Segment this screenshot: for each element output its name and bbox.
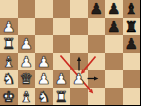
- white-bishop-a3[interactable]: ♝: [0, 53, 18, 71]
- square-d3[interactable]: [53, 53, 71, 71]
- square-b5[interactable]: [18, 18, 36, 36]
- square-h1[interactable]: [123, 88, 141, 106]
- white-pawn-c2[interactable]: ♟: [35, 70, 53, 88]
- white-king-a1[interactable]: ♚: [0, 88, 18, 106]
- square-f2[interactable]: [88, 70, 106, 88]
- black-pawn-h4[interactable]: ♟: [123, 35, 141, 53]
- white-queen-b2[interactable]: ♛: [18, 70, 36, 88]
- black-bishop-h6[interactable]: ♝: [123, 0, 141, 18]
- white-pawn-a5[interactable]: ♟: [0, 18, 18, 36]
- white-pawn-e2[interactable]: ♟: [70, 70, 88, 88]
- square-g3[interactable]: [105, 53, 123, 71]
- white-rook-d1[interactable]: ♜: [53, 88, 71, 106]
- square-f3[interactable]: [88, 53, 106, 71]
- square-c6[interactable]: [35, 0, 53, 18]
- square-e3[interactable]: [70, 53, 88, 71]
- square-d5[interactable]: [53, 18, 71, 36]
- white-pawn-d2[interactable]: ♟: [53, 70, 71, 88]
- black-pawn-g6[interactable]: ♟: [105, 0, 123, 18]
- square-e5[interactable]: [70, 18, 88, 36]
- square-e4[interactable]: [70, 35, 88, 53]
- black-pawn-f6[interactable]: ♟: [88, 0, 106, 18]
- square-g2[interactable]: [105, 70, 123, 88]
- black-rook-h5[interactable]: ♜: [123, 18, 141, 36]
- black-pawn-g5[interactable]: ♟: [105, 18, 123, 36]
- square-d6[interactable]: [53, 0, 71, 18]
- square-a6[interactable]: [0, 0, 18, 18]
- square-f4[interactable]: [88, 35, 106, 53]
- square-d4[interactable]: [53, 35, 71, 53]
- square-f5[interactable]: [88, 18, 106, 36]
- square-c5[interactable]: [35, 18, 53, 36]
- white-pawn-b3[interactable]: ♟: [18, 53, 36, 71]
- white-bishop-b1[interactable]: ♝: [18, 88, 36, 106]
- square-h3[interactable]: [123, 53, 141, 71]
- white-knight-a2[interactable]: ♞: [0, 70, 18, 88]
- square-h2[interactable]: [123, 70, 141, 88]
- white-knight-c1[interactable]: ♞: [35, 88, 53, 106]
- white-pawn-b4[interactable]: ♟: [18, 35, 36, 53]
- square-g4[interactable]: [105, 35, 123, 53]
- square-b6[interactable]: [18, 0, 36, 18]
- white-pawn-c3[interactable]: ♟: [35, 53, 53, 71]
- square-c4[interactable]: [35, 35, 53, 53]
- square-g1[interactable]: [105, 88, 123, 106]
- white-rook-a4[interactable]: ♜: [0, 35, 18, 53]
- chess-board: ♟♟♝♟♟♜♜♟♟♝♟♟♞♛♟♟♟♚♝♞♜: [0, 0, 140, 105]
- square-f1[interactable]: [88, 88, 106, 106]
- square-e6[interactable]: [70, 0, 88, 18]
- square-e1[interactable]: [70, 88, 88, 106]
